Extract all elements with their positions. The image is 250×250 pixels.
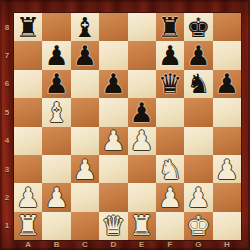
square-b8[interactable] (42, 13, 70, 41)
piece-white-rook[interactable]: ♜ (128, 212, 156, 240)
square-b7[interactable]: ♟ (42, 41, 70, 69)
square-c8[interactable]: ♝ (71, 13, 99, 41)
square-e4[interactable]: ♟ (128, 127, 156, 155)
square-a1[interactable]: ♜ (14, 212, 42, 240)
square-c5[interactable] (71, 98, 99, 126)
square-f4[interactable] (156, 127, 184, 155)
piece-white-queen[interactable]: ♛ (99, 212, 127, 240)
square-f6[interactable]: ♛ (156, 70, 184, 98)
piece-white-king[interactable]: ♚ (184, 212, 212, 240)
square-f1[interactable] (156, 212, 184, 240)
rank-label-4: 4 (0, 127, 14, 155)
chessboard-frame: ♜♝♜♚♟♟♟♟♟♟♛♞♟♝♟♟♟♟♞♟♟♟♟♟♜♛♜♚ 87654321 AB… (0, 0, 250, 250)
square-h8[interactable] (213, 13, 241, 41)
square-e3[interactable] (128, 155, 156, 183)
square-a2[interactable]: ♟ (14, 183, 42, 211)
square-h2[interactable] (213, 183, 241, 211)
square-g4[interactable] (184, 127, 212, 155)
square-d2[interactable] (99, 183, 127, 211)
square-b3[interactable] (42, 155, 70, 183)
square-b1[interactable] (42, 212, 70, 240)
square-e7[interactable] (128, 41, 156, 69)
square-g2[interactable]: ♟ (184, 183, 212, 211)
piece-black-pawn[interactable]: ♟ (213, 70, 241, 98)
rank-label-2: 2 (0, 183, 14, 211)
square-b5[interactable]: ♝ (42, 98, 70, 126)
piece-black-pawn[interactable]: ♟ (42, 41, 70, 69)
chess-board: ♜♝♜♚♟♟♟♟♟♟♛♞♟♝♟♟♟♟♞♟♟♟♟♟♜♛♜♚ (14, 13, 241, 240)
square-g3[interactable] (184, 155, 212, 183)
square-a8[interactable]: ♜ (14, 13, 42, 41)
piece-black-pawn[interactable]: ♟ (71, 41, 99, 69)
square-b2[interactable]: ♟ (42, 183, 70, 211)
square-h5[interactable] (213, 98, 241, 126)
square-h1[interactable] (213, 212, 241, 240)
piece-black-rook[interactable]: ♜ (14, 13, 42, 41)
file-labels: ABCDEFGH (14, 239, 241, 250)
piece-black-pawn[interactable]: ♟ (42, 70, 70, 98)
piece-white-pawn[interactable]: ♟ (128, 127, 156, 155)
rank-label-7: 7 (0, 41, 14, 69)
square-h6[interactable]: ♟ (213, 70, 241, 98)
square-d1[interactable]: ♛ (99, 212, 127, 240)
file-label-h: H (213, 239, 241, 250)
square-f3[interactable]: ♞ (156, 155, 184, 183)
piece-black-bishop[interactable]: ♝ (71, 13, 99, 41)
square-a3[interactable] (14, 155, 42, 183)
square-c7[interactable]: ♟ (71, 41, 99, 69)
piece-white-pawn[interactable]: ♟ (99, 127, 127, 155)
square-g6[interactable]: ♞ (184, 70, 212, 98)
piece-black-knight[interactable]: ♞ (184, 70, 212, 98)
rank-label-6: 6 (0, 70, 14, 98)
piece-black-queen[interactable]: ♛ (156, 70, 184, 98)
square-e5[interactable]: ♟ (128, 98, 156, 126)
square-d7[interactable] (99, 41, 127, 69)
piece-black-pawn[interactable]: ♟ (99, 70, 127, 98)
square-g8[interactable]: ♚ (184, 13, 212, 41)
square-a5[interactable] (14, 98, 42, 126)
square-a6[interactable] (14, 70, 42, 98)
file-label-e: E (128, 239, 156, 250)
square-g1[interactable]: ♚ (184, 212, 212, 240)
square-f2[interactable]: ♟ (156, 183, 184, 211)
piece-black-king[interactable]: ♚ (184, 13, 212, 41)
square-g7[interactable]: ♟ (184, 41, 212, 69)
piece-white-knight[interactable]: ♞ (156, 155, 184, 183)
square-d4[interactable]: ♟ (99, 127, 127, 155)
piece-white-rook[interactable]: ♜ (14, 212, 42, 240)
rank-label-3: 3 (0, 155, 14, 183)
square-f5[interactable] (156, 98, 184, 126)
piece-white-pawn[interactable]: ♟ (156, 183, 184, 211)
piece-white-pawn[interactable]: ♟ (213, 155, 241, 183)
square-c6[interactable] (71, 70, 99, 98)
square-d8[interactable] (99, 13, 127, 41)
piece-white-bishop[interactable]: ♝ (42, 98, 70, 126)
piece-white-pawn[interactable]: ♟ (42, 183, 70, 211)
square-c4[interactable] (71, 127, 99, 155)
square-f8[interactable]: ♜ (156, 13, 184, 41)
file-label-f: F (156, 239, 184, 250)
square-a4[interactable] (14, 127, 42, 155)
square-d6[interactable]: ♟ (99, 70, 127, 98)
file-label-a: A (14, 239, 42, 250)
piece-white-pawn[interactable]: ♟ (71, 155, 99, 183)
file-label-d: D (99, 239, 127, 250)
square-h4[interactable] (213, 127, 241, 155)
square-c1[interactable] (71, 212, 99, 240)
file-label-b: B (42, 239, 70, 250)
square-c2[interactable] (71, 183, 99, 211)
square-d3[interactable] (99, 155, 127, 183)
square-b4[interactable] (42, 127, 70, 155)
file-label-g: G (184, 239, 212, 250)
piece-black-pawn[interactable]: ♟ (156, 41, 184, 69)
rank-label-1: 1 (0, 212, 14, 240)
square-c3[interactable]: ♟ (71, 155, 99, 183)
piece-white-pawn[interactable]: ♟ (184, 183, 212, 211)
square-f7[interactable]: ♟ (156, 41, 184, 69)
square-h7[interactable] (213, 41, 241, 69)
square-b6[interactable]: ♟ (42, 70, 70, 98)
square-e1[interactable]: ♜ (128, 212, 156, 240)
square-g5[interactable] (184, 98, 212, 126)
piece-white-pawn[interactable]: ♟ (14, 183, 42, 211)
square-e6[interactable] (128, 70, 156, 98)
square-a7[interactable] (14, 41, 42, 69)
rank-labels: 87654321 (0, 13, 14, 240)
piece-black-rook[interactable]: ♜ (156, 13, 184, 41)
rank-label-5: 5 (0, 98, 14, 126)
file-label-c: C (71, 239, 99, 250)
piece-black-pawn[interactable]: ♟ (128, 98, 156, 126)
square-h3[interactable]: ♟ (213, 155, 241, 183)
square-e2[interactable] (128, 183, 156, 211)
square-e8[interactable] (128, 13, 156, 41)
piece-black-pawn[interactable]: ♟ (184, 41, 212, 69)
square-d5[interactable] (99, 98, 127, 126)
rank-label-8: 8 (0, 13, 14, 41)
